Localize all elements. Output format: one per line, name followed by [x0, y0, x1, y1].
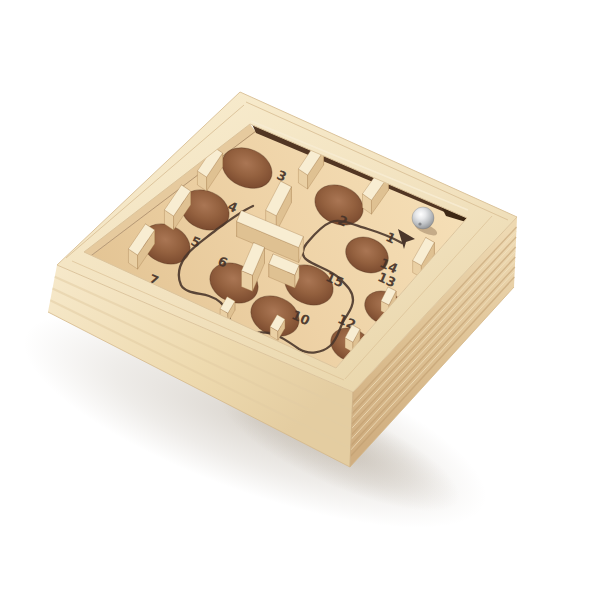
- ball-speck: [418, 222, 421, 225]
- product-photo: 12345671012131415: [0, 0, 600, 600]
- labyrinth-board: 12345671012131415: [0, 0, 600, 600]
- steel-ball: [412, 207, 434, 229]
